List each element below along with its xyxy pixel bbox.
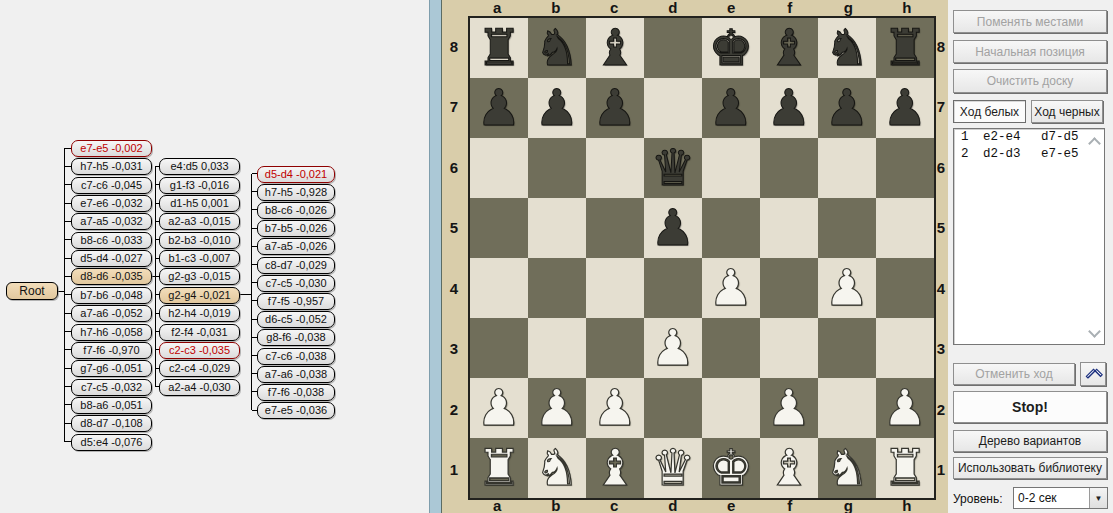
square-e8[interactable]: ♚ bbox=[702, 18, 760, 78]
coordinate-label: d bbox=[644, 498, 703, 513]
square-a7[interactable]: ♟ bbox=[470, 78, 528, 138]
square-c7[interactable]: ♟ bbox=[586, 78, 644, 138]
square-b2[interactable]: ♟ bbox=[528, 378, 586, 438]
white-knight[interactable]: ♞ bbox=[535, 439, 580, 497]
variation-tree-panel: Roote7-e5 -0,002h7-h5 -0,031c7-c6 -0,045… bbox=[0, 0, 429, 513]
chess-board-panel: abcdefgh 87654321 ♜♞♝♚♝♞♜♟♟♟♟♟♟♟♛♟♟♟♟♟♟♟… bbox=[442, 0, 948, 513]
tree-node[interactable]: a7-a5 -0,026 bbox=[257, 238, 335, 255]
file-labels-top: abcdefgh bbox=[468, 0, 936, 16]
square-f5[interactable] bbox=[760, 198, 818, 258]
white-pawn[interactable]: ♟ bbox=[651, 319, 696, 377]
tree-node[interactable]: f7-f5 -0,957 bbox=[257, 293, 335, 310]
square-g3[interactable] bbox=[818, 318, 876, 378]
level-combobox[interactable]: 0-2 сек ▼ bbox=[1013, 487, 1108, 509]
swap-sides-button[interactable]: Поменять местами bbox=[953, 10, 1107, 33]
square-f6[interactable] bbox=[760, 138, 818, 198]
tree-node[interactable]: g2-g4 -0,021 bbox=[159, 287, 240, 304]
scroll-down-icon[interactable] bbox=[1088, 325, 1101, 338]
tree-node[interactable]: d5:e4 -0,076 bbox=[71, 434, 152, 451]
panel-splitter[interactable] bbox=[429, 0, 442, 513]
tree-node[interactable]: g8-f6 -0,038 bbox=[257, 329, 335, 346]
tree-node[interactable]: c7-c6 -0,038 bbox=[257, 348, 335, 365]
tree-node[interactable]: c8-d7 -0,029 bbox=[257, 257, 335, 274]
square-a3[interactable] bbox=[470, 318, 528, 378]
tree-node[interactable]: e7-e5 -0,036 bbox=[257, 402, 335, 419]
square-b8[interactable]: ♞ bbox=[528, 18, 586, 78]
coordinate-label: 7 bbox=[442, 77, 466, 138]
tree-node[interactable]: e7-e5 -0,002 bbox=[71, 140, 152, 157]
black-bishop[interactable]: ♝ bbox=[767, 19, 812, 77]
square-a6[interactable] bbox=[470, 138, 528, 198]
square-f2[interactable]: ♟ bbox=[760, 378, 818, 438]
square-h4[interactable] bbox=[876, 258, 934, 318]
black-rook[interactable]: ♜ bbox=[477, 19, 522, 77]
square-f4[interactable] bbox=[760, 258, 818, 318]
control-panel: Поменять местами Начальная позиция Очист… bbox=[948, 0, 1113, 513]
square-d2[interactable] bbox=[644, 378, 702, 438]
square-a2[interactable]: ♟ bbox=[470, 378, 528, 438]
coordinate-label: 8 bbox=[934, 16, 948, 77]
square-c3[interactable] bbox=[586, 318, 644, 378]
rank-labels-left: 87654321 bbox=[442, 16, 466, 500]
white-pawn[interactable]: ♟ bbox=[825, 259, 870, 317]
black-pawn[interactable]: ♟ bbox=[535, 79, 580, 137]
square-f8[interactable]: ♝ bbox=[760, 18, 818, 78]
coordinate-label: h bbox=[878, 0, 937, 16]
coordinate-label: 2 bbox=[934, 379, 948, 440]
tree-node[interactable]: a7-a5 -0,032 bbox=[71, 213, 152, 230]
move-row[interactable]: 2d2-d3e7-e5 bbox=[954, 146, 1104, 163]
square-a1[interactable]: ♜ bbox=[470, 438, 528, 498]
white-pawn[interactable]: ♟ bbox=[593, 379, 638, 437]
white-pawn[interactable]: ♟ bbox=[883, 379, 928, 437]
coordinate-label: 1 bbox=[442, 440, 466, 501]
coordinate-label: 7 bbox=[934, 77, 948, 138]
square-f1[interactable]: ♝ bbox=[760, 438, 818, 498]
square-c6[interactable] bbox=[586, 138, 644, 198]
black-pawn[interactable]: ♟ bbox=[651, 199, 696, 257]
coordinate-label: 1 bbox=[934, 440, 948, 501]
square-f3[interactable] bbox=[760, 318, 818, 378]
square-b4[interactable] bbox=[528, 258, 586, 318]
black-to-move-button[interactable]: Ход черных bbox=[1031, 100, 1103, 123]
move-text: 1 bbox=[961, 129, 983, 146]
undo-move-button[interactable]: Отменить ход bbox=[953, 363, 1075, 385]
coordinate-label: 5 bbox=[442, 198, 466, 259]
chess-board[interactable]: ♜♞♝♚♝♞♜♟♟♟♟♟♟♟♛♟♟♟♟♟♟♟♟♟♜♞♝♛♚♝♞♜ bbox=[468, 16, 936, 500]
square-g7[interactable]: ♟ bbox=[818, 78, 876, 138]
white-pawn[interactable]: ♟ bbox=[709, 259, 754, 317]
tree-node[interactable]: c7-c6 -0,045 bbox=[71, 177, 152, 194]
use-library-button[interactable]: Использовать библиотеку bbox=[953, 457, 1107, 479]
square-g2[interactable] bbox=[818, 378, 876, 438]
coordinate-label: 8 bbox=[442, 16, 466, 77]
square-a5[interactable] bbox=[470, 198, 528, 258]
tree-node[interactable]: c7-c5 -0,032 bbox=[71, 379, 152, 396]
tree-node[interactable]: h7-h6 -0,058 bbox=[71, 324, 152, 341]
tree-node[interactable]: a7-a6 -0,038 bbox=[257, 366, 335, 383]
white-king[interactable]: ♚ bbox=[709, 439, 754, 497]
black-knight[interactable]: ♞ bbox=[535, 19, 580, 77]
square-e7[interactable]: ♟ bbox=[702, 78, 760, 138]
tree-node[interactable]: e7-e6 -0,032 bbox=[71, 195, 152, 212]
square-h2[interactable]: ♟ bbox=[876, 378, 934, 438]
white-to-move-button[interactable]: Ход белых bbox=[953, 100, 1026, 123]
tree-node[interactable]: g2-g3 -0,015 bbox=[159, 268, 240, 285]
square-c2[interactable]: ♟ bbox=[586, 378, 644, 438]
coordinate-label: h bbox=[878, 498, 937, 513]
square-h6[interactable] bbox=[876, 138, 934, 198]
tree-node[interactable]: d1-h5 0,001 bbox=[159, 195, 240, 212]
coordinate-label: a bbox=[468, 0, 527, 16]
chevron-down-icon[interactable]: ▼ bbox=[1089, 488, 1107, 508]
tree-node[interactable]: g7-g6 -0,051 bbox=[71, 360, 152, 377]
coordinate-label: e bbox=[702, 498, 761, 513]
coordinate-label: g bbox=[819, 0, 878, 16]
tree-node[interactable]: g1-f3 -0,016 bbox=[159, 177, 240, 194]
square-d4[interactable] bbox=[644, 258, 702, 318]
tree-node[interactable]: d5-d4 -0,021 bbox=[257, 166, 335, 183]
square-g8[interactable]: ♞ bbox=[818, 18, 876, 78]
move-text: e7-e5 bbox=[1041, 146, 1079, 163]
coordinate-label: 3 bbox=[442, 319, 466, 380]
square-h8[interactable]: ♜ bbox=[876, 18, 934, 78]
tree-node[interactable]: e4:d5 0,033 bbox=[159, 158, 240, 175]
white-pawn[interactable]: ♟ bbox=[535, 379, 580, 437]
file-labels-bottom: abcdefgh bbox=[468, 498, 936, 513]
tree-node[interactable]: c7-c5 -0,030 bbox=[257, 275, 335, 292]
black-pawn[interactable]: ♟ bbox=[883, 79, 928, 137]
move-text: e2-e4 bbox=[983, 129, 1041, 146]
coordinate-label: 5 bbox=[934, 198, 948, 259]
square-c4[interactable] bbox=[586, 258, 644, 318]
coordinate-label: e bbox=[702, 0, 761, 16]
square-g6[interactable] bbox=[818, 138, 876, 198]
square-d1[interactable]: ♛ bbox=[644, 438, 702, 498]
coordinate-label: c bbox=[585, 498, 644, 513]
square-c1[interactable]: ♝ bbox=[586, 438, 644, 498]
white-rook[interactable]: ♜ bbox=[477, 439, 522, 497]
square-b1[interactable]: ♞ bbox=[528, 438, 586, 498]
tree-node[interactable]: f2-f4 -0,031 bbox=[159, 324, 240, 341]
coordinate-label: 4 bbox=[934, 258, 948, 319]
square-e3[interactable] bbox=[702, 318, 760, 378]
tree-node[interactable]: b2-b3 -0,010 bbox=[159, 232, 240, 249]
clear-board-button[interactable]: Очистить доску bbox=[953, 69, 1107, 93]
black-pawn[interactable]: ♟ bbox=[477, 79, 522, 137]
black-knight[interactable]: ♞ bbox=[825, 19, 870, 77]
square-d8[interactable] bbox=[644, 18, 702, 78]
tree-node[interactable]: b7-b6 -0,048 bbox=[71, 287, 152, 304]
initial-position-button[interactable]: Начальная позиция bbox=[953, 40, 1107, 63]
opening-book-button[interactable] bbox=[1080, 362, 1106, 386]
tree-node[interactable]: d8-d7 -0,108 bbox=[71, 415, 152, 432]
black-bishop[interactable]: ♝ bbox=[593, 19, 638, 77]
coordinate-label: 2 bbox=[442, 379, 466, 440]
coordinate-label: b bbox=[527, 0, 586, 16]
square-g4[interactable]: ♟ bbox=[818, 258, 876, 318]
white-rook[interactable]: ♜ bbox=[883, 439, 928, 497]
tree-node[interactable]: b8-a6 -0,051 bbox=[71, 397, 152, 414]
square-b5[interactable] bbox=[528, 198, 586, 258]
square-d6[interactable]: ♛ bbox=[644, 138, 702, 198]
tree-node[interactable]: b8-c6 -0,033 bbox=[71, 232, 152, 249]
square-e4[interactable]: ♟ bbox=[702, 258, 760, 318]
square-h5[interactable] bbox=[876, 198, 934, 258]
square-b3[interactable] bbox=[528, 318, 586, 378]
move-row[interactable]: 1e2-e4d7-d5 bbox=[954, 129, 1104, 146]
coordinate-label: b bbox=[527, 498, 586, 513]
variation-tree-button[interactable]: Дерево вариантов bbox=[953, 430, 1107, 452]
tree-node[interactable]: a2-a4 -0,030 bbox=[159, 379, 240, 396]
tree-node[interactable]: f7-f6 -0,038 bbox=[257, 384, 335, 401]
square-d7[interactable] bbox=[644, 78, 702, 138]
black-pawn[interactable]: ♟ bbox=[767, 79, 812, 137]
tree-node[interactable]: d8-d6 -0,035 bbox=[71, 268, 152, 285]
black-king[interactable]: ♚ bbox=[709, 19, 754, 77]
square-e2[interactable] bbox=[702, 378, 760, 438]
rank-labels-right: 87654321 bbox=[934, 16, 948, 500]
tree-node[interactable]: d6-c5 -0,052 bbox=[257, 311, 335, 328]
tree-node[interactable]: a2-a3 -0,015 bbox=[159, 213, 240, 230]
coordinate-label: a bbox=[468, 498, 527, 513]
coordinate-label: f bbox=[761, 0, 820, 16]
move-text: d2-d3 bbox=[983, 146, 1041, 163]
square-g1[interactable]: ♞ bbox=[818, 438, 876, 498]
black-pawn[interactable]: ♟ bbox=[593, 79, 638, 137]
tree-node[interactable]: h7-h5 -0,928 bbox=[257, 184, 335, 201]
square-c5[interactable] bbox=[586, 198, 644, 258]
coordinate-label: d bbox=[644, 0, 703, 16]
move-text: 2 bbox=[961, 146, 983, 163]
square-f7[interactable]: ♟ bbox=[760, 78, 818, 138]
black-queen[interactable]: ♛ bbox=[651, 139, 696, 197]
black-rook[interactable]: ♜ bbox=[883, 19, 928, 77]
coordinate-label: 4 bbox=[442, 258, 466, 319]
tree-node[interactable]: a7-a6 -0,052 bbox=[71, 305, 152, 322]
square-e6[interactable] bbox=[702, 138, 760, 198]
white-pawn[interactable]: ♟ bbox=[477, 379, 522, 437]
square-h3[interactable] bbox=[876, 318, 934, 378]
tree-node[interactable]: h2-h4 -0,019 bbox=[159, 305, 240, 322]
tree-node[interactable]: c2-c3 -0,035 bbox=[159, 342, 240, 359]
square-b7[interactable]: ♟ bbox=[528, 78, 586, 138]
stop-button[interactable]: Stop! bbox=[953, 391, 1107, 423]
tree-node[interactable]: b8-c6 -0,026 bbox=[257, 202, 335, 219]
coordinate-label: f bbox=[761, 498, 820, 513]
square-h1[interactable]: ♜ bbox=[876, 438, 934, 498]
book-icon bbox=[1084, 366, 1103, 382]
square-e1[interactable]: ♚ bbox=[702, 438, 760, 498]
square-g5[interactable] bbox=[818, 198, 876, 258]
square-d5[interactable]: ♟ bbox=[644, 198, 702, 258]
tree-root-node[interactable]: Root bbox=[6, 282, 58, 300]
tree-node[interactable]: f7-f6 -0,970 bbox=[71, 342, 152, 359]
square-e5[interactable] bbox=[702, 198, 760, 258]
white-pawn[interactable]: ♟ bbox=[767, 379, 812, 437]
level-value: 0-2 сек bbox=[1014, 488, 1089, 508]
move-list[interactable]: 1e2-e4d7-d52d2-d3e7-e5 bbox=[953, 128, 1105, 345]
white-queen[interactable]: ♛ bbox=[651, 439, 696, 497]
tree-node[interactable]: b1-c3 -0,007 bbox=[159, 250, 240, 267]
coordinate-label: 3 bbox=[934, 319, 948, 380]
coordinate-label: 6 bbox=[934, 137, 948, 198]
tree-node[interactable]: d5-d4 -0,027 bbox=[71, 250, 152, 267]
white-bishop[interactable]: ♝ bbox=[767, 439, 812, 497]
square-d3[interactable]: ♟ bbox=[644, 318, 702, 378]
white-knight[interactable]: ♞ bbox=[825, 439, 870, 497]
level-label: Уровень: bbox=[953, 492, 1003, 506]
white-bishop[interactable]: ♝ bbox=[593, 439, 638, 497]
square-b6[interactable] bbox=[528, 138, 586, 198]
black-pawn[interactable]: ♟ bbox=[825, 79, 870, 137]
tree-node[interactable]: c2-c4 -0,029 bbox=[159, 360, 240, 377]
coordinate-label: c bbox=[585, 0, 644, 16]
black-pawn[interactable]: ♟ bbox=[709, 79, 754, 137]
move-text: d7-d5 bbox=[1041, 129, 1079, 146]
coordinate-label: 6 bbox=[442, 137, 466, 198]
chess-analysis-window: Roote7-e5 -0,002h7-h5 -0,031c7-c6 -0,045… bbox=[0, 0, 1113, 513]
tree-node[interactable]: h7-h5 -0,031 bbox=[71, 158, 152, 175]
square-c8[interactable]: ♝ bbox=[586, 18, 644, 78]
coordinate-label: g bbox=[819, 498, 878, 513]
square-a4[interactable] bbox=[470, 258, 528, 318]
square-h7[interactable]: ♟ bbox=[876, 78, 934, 138]
square-a8[interactable]: ♜ bbox=[470, 18, 528, 78]
tree-node[interactable]: b7-b5 -0,026 bbox=[257, 220, 335, 237]
